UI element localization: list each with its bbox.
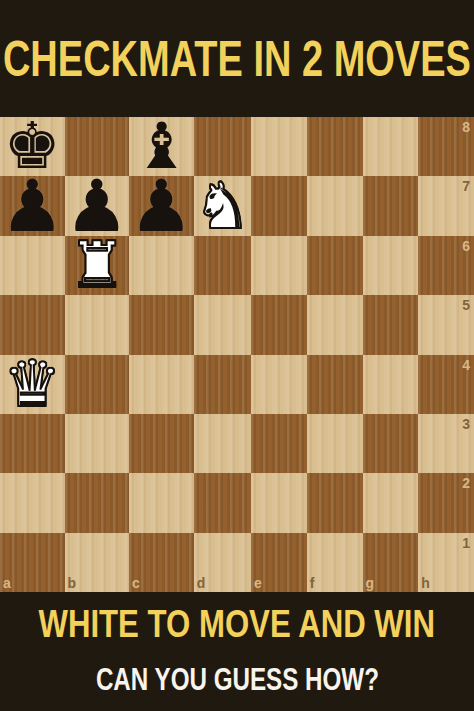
square-c2 (129, 473, 194, 532)
square-a7: ♟ (0, 176, 65, 235)
piece-white-queen-a4: ♛ (4, 355, 61, 414)
square-e1: e (251, 533, 307, 592)
square-e6 (251, 236, 307, 295)
rank-label-1: 1 (462, 536, 470, 550)
rank-label-3: 3 (462, 417, 470, 431)
square-c1: c (129, 533, 194, 592)
file-label-g: g (366, 576, 375, 590)
rank-label-7: 7 (462, 179, 470, 193)
square-h8: 8 (418, 117, 474, 176)
file-label-c: c (132, 576, 140, 590)
file-label-d: d (197, 576, 206, 590)
square-e4 (251, 355, 307, 414)
piece-white-knight-d7: ♞ (194, 177, 251, 236)
square-e3 (251, 414, 307, 473)
square-f1: f (307, 533, 363, 592)
square-g7 (363, 176, 419, 235)
square-h7: 7 (418, 176, 474, 235)
square-c7: ♟ (129, 176, 194, 235)
piece-black-pawn-a7: ♟ (0, 177, 65, 236)
piece-black-pawn-b7: ♟ (65, 177, 130, 236)
square-g8 (363, 117, 419, 176)
square-h3: 3 (418, 414, 474, 473)
square-e7 (251, 176, 307, 235)
square-f2 (307, 473, 363, 532)
footer-line-guess-how: CAN YOU GUESS HOW? (95, 662, 378, 698)
file-label-h: h (421, 576, 430, 590)
square-g3 (363, 414, 419, 473)
square-h2: 2 (418, 473, 474, 532)
puzzle-title: CHECKMATE IN 2 MOVES (3, 30, 471, 88)
square-c4 (129, 355, 194, 414)
square-h4: 4 (418, 355, 474, 414)
square-b7: ♟ (65, 176, 130, 235)
puzzle-poster: CHECKMATE IN 2 MOVES ♚♝8♟♟♟♞7♜65♛432abcd… (0, 0, 474, 711)
square-h6: 6 (418, 236, 474, 295)
file-label-f: f (310, 576, 315, 590)
square-b6: ♜ (65, 236, 130, 295)
footer-line-white-to-move: WHITE TO MOVE AND WIN (39, 603, 435, 646)
square-c3 (129, 414, 194, 473)
square-d6 (194, 236, 251, 295)
square-f8 (307, 117, 363, 176)
rank-label-6: 6 (462, 239, 470, 253)
rank-label-5: 5 (462, 298, 470, 312)
square-a5 (0, 295, 65, 354)
square-h1: h1 (418, 533, 474, 592)
square-f7 (307, 176, 363, 235)
square-e5 (251, 295, 307, 354)
square-e2 (251, 473, 307, 532)
rank-label-4: 4 (462, 358, 470, 372)
square-b2 (65, 473, 130, 532)
file-label-e: e (254, 576, 262, 590)
square-d1: d (194, 533, 251, 592)
square-e8 (251, 117, 307, 176)
chess-board: ♚♝8♟♟♟♞7♜65♛432abcdefgh1 (0, 117, 474, 592)
piece-white-rook-b6: ♜ (68, 236, 125, 295)
square-d3 (194, 414, 251, 473)
square-c5 (129, 295, 194, 354)
file-label-a: a (3, 576, 11, 590)
square-g6 (363, 236, 419, 295)
square-d2 (194, 473, 251, 532)
square-d8 (194, 117, 251, 176)
square-g1: g (363, 533, 419, 592)
square-d7: ♞ (194, 176, 251, 235)
square-g4 (363, 355, 419, 414)
square-a2 (0, 473, 65, 532)
square-a1: a (0, 533, 65, 592)
square-f3 (307, 414, 363, 473)
rank-label-8: 8 (462, 120, 470, 134)
square-b5 (65, 295, 130, 354)
square-f6 (307, 236, 363, 295)
piece-black-pawn-c7: ♟ (129, 177, 194, 236)
rank-label-2: 2 (462, 476, 470, 490)
file-label-b: b (68, 576, 77, 590)
square-d5 (194, 295, 251, 354)
square-a4: ♛ (0, 355, 65, 414)
square-d4 (194, 355, 251, 414)
square-h5: 5 (418, 295, 474, 354)
square-b3 (65, 414, 130, 473)
square-a3 (0, 414, 65, 473)
bottom-banner: WHITE TO MOVE AND WIN CAN YOU GUESS HOW? (0, 592, 474, 711)
square-b1: b (65, 533, 130, 592)
top-banner: CHECKMATE IN 2 MOVES (0, 0, 474, 117)
square-f5 (307, 295, 363, 354)
square-b4 (65, 355, 130, 414)
square-f4 (307, 355, 363, 414)
square-g2 (363, 473, 419, 532)
square-g5 (363, 295, 419, 354)
